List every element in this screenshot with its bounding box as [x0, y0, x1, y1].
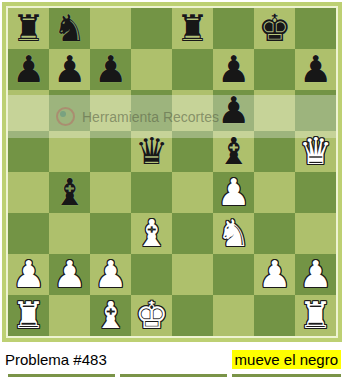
square-f7[interactable]: ♟ [213, 49, 254, 90]
square-d6[interactable] [131, 90, 172, 131]
black-king[interactable]: ♚ [254, 8, 295, 49]
white-king[interactable]: ♚ [131, 295, 172, 336]
next-board-edge [120, 374, 227, 377]
white-pawn[interactable]: ♟ [8, 254, 49, 295]
black-pawn[interactable]: ♟ [295, 49, 336, 90]
square-h1[interactable]: ♜ [295, 295, 336, 336]
black-queen[interactable]: ♛ [131, 131, 172, 172]
square-b1[interactable] [49, 295, 90, 336]
problem-title: Problema #483 [5, 351, 107, 368]
board-inner-border: Herramienta Recortes ♜♞♜♚♟♟♟♟♟♟♛♝♛♝♟♝♞♟♟… [6, 6, 338, 338]
square-b5[interactable] [49, 131, 90, 172]
square-b4[interactable]: ♝ [49, 172, 90, 213]
square-b6[interactable] [49, 90, 90, 131]
square-e5[interactable] [172, 131, 213, 172]
square-e8[interactable]: ♜ [172, 8, 213, 49]
square-f8[interactable] [213, 8, 254, 49]
square-d5[interactable]: ♛ [131, 131, 172, 172]
square-h7[interactable]: ♟ [295, 49, 336, 90]
square-g5[interactable] [254, 131, 295, 172]
square-a2[interactable]: ♟ [8, 254, 49, 295]
square-d1[interactable]: ♚ [131, 295, 172, 336]
square-c4[interactable] [90, 172, 131, 213]
square-c6[interactable] [90, 90, 131, 131]
black-bishop[interactable]: ♝ [213, 131, 254, 172]
chess-board[interactable]: Herramienta Recortes ♜♞♜♚♟♟♟♟♟♟♛♝♛♝♟♝♞♟♟… [8, 8, 336, 336]
next-board-edge [8, 374, 115, 377]
square-f3[interactable]: ♞ [213, 213, 254, 254]
square-a4[interactable] [8, 172, 49, 213]
square-f2[interactable] [213, 254, 254, 295]
white-bishop[interactable]: ♝ [131, 213, 172, 254]
square-f5[interactable]: ♝ [213, 131, 254, 172]
square-g7[interactable] [254, 49, 295, 90]
square-e1[interactable] [172, 295, 213, 336]
black-pawn[interactable]: ♟ [49, 49, 90, 90]
square-h8[interactable] [295, 8, 336, 49]
square-f1[interactable] [213, 295, 254, 336]
white-knight[interactable]: ♞ [213, 213, 254, 254]
square-a8[interactable]: ♜ [8, 8, 49, 49]
square-g3[interactable] [254, 213, 295, 254]
square-c3[interactable] [90, 213, 131, 254]
square-a6[interactable] [8, 90, 49, 131]
square-g2[interactable]: ♟ [254, 254, 295, 295]
square-g6[interactable] [254, 90, 295, 131]
white-rook[interactable]: ♜ [8, 295, 49, 336]
square-d7[interactable] [131, 49, 172, 90]
white-pawn[interactable]: ♟ [90, 254, 131, 295]
square-b7[interactable]: ♟ [49, 49, 90, 90]
black-pawn[interactable]: ♟ [90, 49, 131, 90]
square-b2[interactable]: ♟ [49, 254, 90, 295]
square-h4[interactable] [295, 172, 336, 213]
square-h6[interactable] [295, 90, 336, 131]
square-f6[interactable]: ♟ [213, 90, 254, 131]
square-d3[interactable]: ♝ [131, 213, 172, 254]
black-knight[interactable]: ♞ [49, 8, 90, 49]
square-g1[interactable] [254, 295, 295, 336]
black-pawn[interactable]: ♟ [213, 90, 254, 131]
square-c2[interactable]: ♟ [90, 254, 131, 295]
square-h5[interactable]: ♛ [295, 131, 336, 172]
square-c7[interactable]: ♟ [90, 49, 131, 90]
square-h2[interactable]: ♟ [295, 254, 336, 295]
next-board-edge [232, 374, 341, 377]
white-rook[interactable]: ♜ [295, 295, 336, 336]
square-b8[interactable]: ♞ [49, 8, 90, 49]
square-a3[interactable] [8, 213, 49, 254]
white-bishop[interactable]: ♝ [90, 295, 131, 336]
caption-row: Problema #483 mueve el negro [0, 348, 345, 372]
square-e7[interactable] [172, 49, 213, 90]
white-queen[interactable]: ♛ [295, 131, 336, 172]
square-e3[interactable] [172, 213, 213, 254]
square-a7[interactable]: ♟ [8, 49, 49, 90]
square-c1[interactable]: ♝ [90, 295, 131, 336]
square-c5[interactable] [90, 131, 131, 172]
square-d2[interactable] [131, 254, 172, 295]
square-e4[interactable] [172, 172, 213, 213]
black-pawn[interactable]: ♟ [213, 49, 254, 90]
square-d4[interactable] [131, 172, 172, 213]
white-pawn[interactable]: ♟ [213, 172, 254, 213]
white-pawn[interactable]: ♟ [254, 254, 295, 295]
chess-problem-screenshot: Herramienta Recortes ♜♞♜♚♟♟♟♟♟♟♛♝♛♝♟♝♞♟♟… [0, 0, 345, 380]
black-rook[interactable]: ♜ [172, 8, 213, 49]
square-f4[interactable]: ♟ [213, 172, 254, 213]
square-g8[interactable]: ♚ [254, 8, 295, 49]
board-frame: Herramienta Recortes ♜♞♜♚♟♟♟♟♟♟♛♝♛♝♟♝♞♟♟… [2, 2, 342, 342]
white-pawn[interactable]: ♟ [49, 254, 90, 295]
black-bishop[interactable]: ♝ [49, 172, 90, 213]
square-a5[interactable] [8, 131, 49, 172]
square-a1[interactable]: ♜ [8, 295, 49, 336]
square-g4[interactable] [254, 172, 295, 213]
square-h3[interactable] [295, 213, 336, 254]
black-rook[interactable]: ♜ [8, 8, 49, 49]
white-pawn[interactable]: ♟ [295, 254, 336, 295]
square-e2[interactable] [172, 254, 213, 295]
square-c8[interactable] [90, 8, 131, 49]
square-e6[interactable] [172, 90, 213, 131]
square-b3[interactable] [49, 213, 90, 254]
black-pawn[interactable]: ♟ [8, 49, 49, 90]
side-to-move-badge: mueve el negro [232, 350, 341, 369]
square-d8[interactable] [131, 8, 172, 49]
